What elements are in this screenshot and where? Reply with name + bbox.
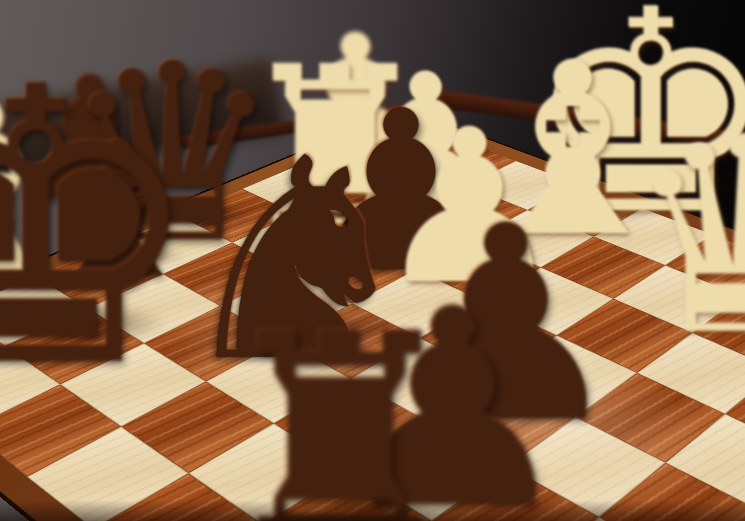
board-scene bbox=[0, 0, 745, 521]
chess-board bbox=[0, 109, 745, 521]
chess-photo-scene: ♟♟♚♟♜♝♛♟♝♝♟♛♚♞♟♟♜ bbox=[0, 0, 745, 521]
board-grid bbox=[0, 120, 745, 521]
